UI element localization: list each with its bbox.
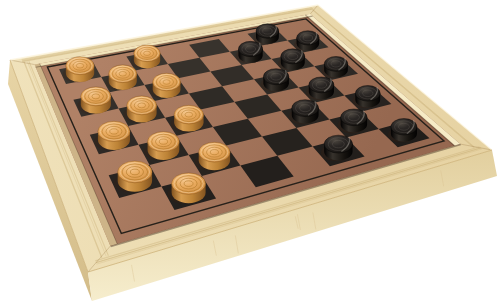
checkers-set-photo [0, 0, 500, 306]
scene-svg [0, 0, 500, 306]
